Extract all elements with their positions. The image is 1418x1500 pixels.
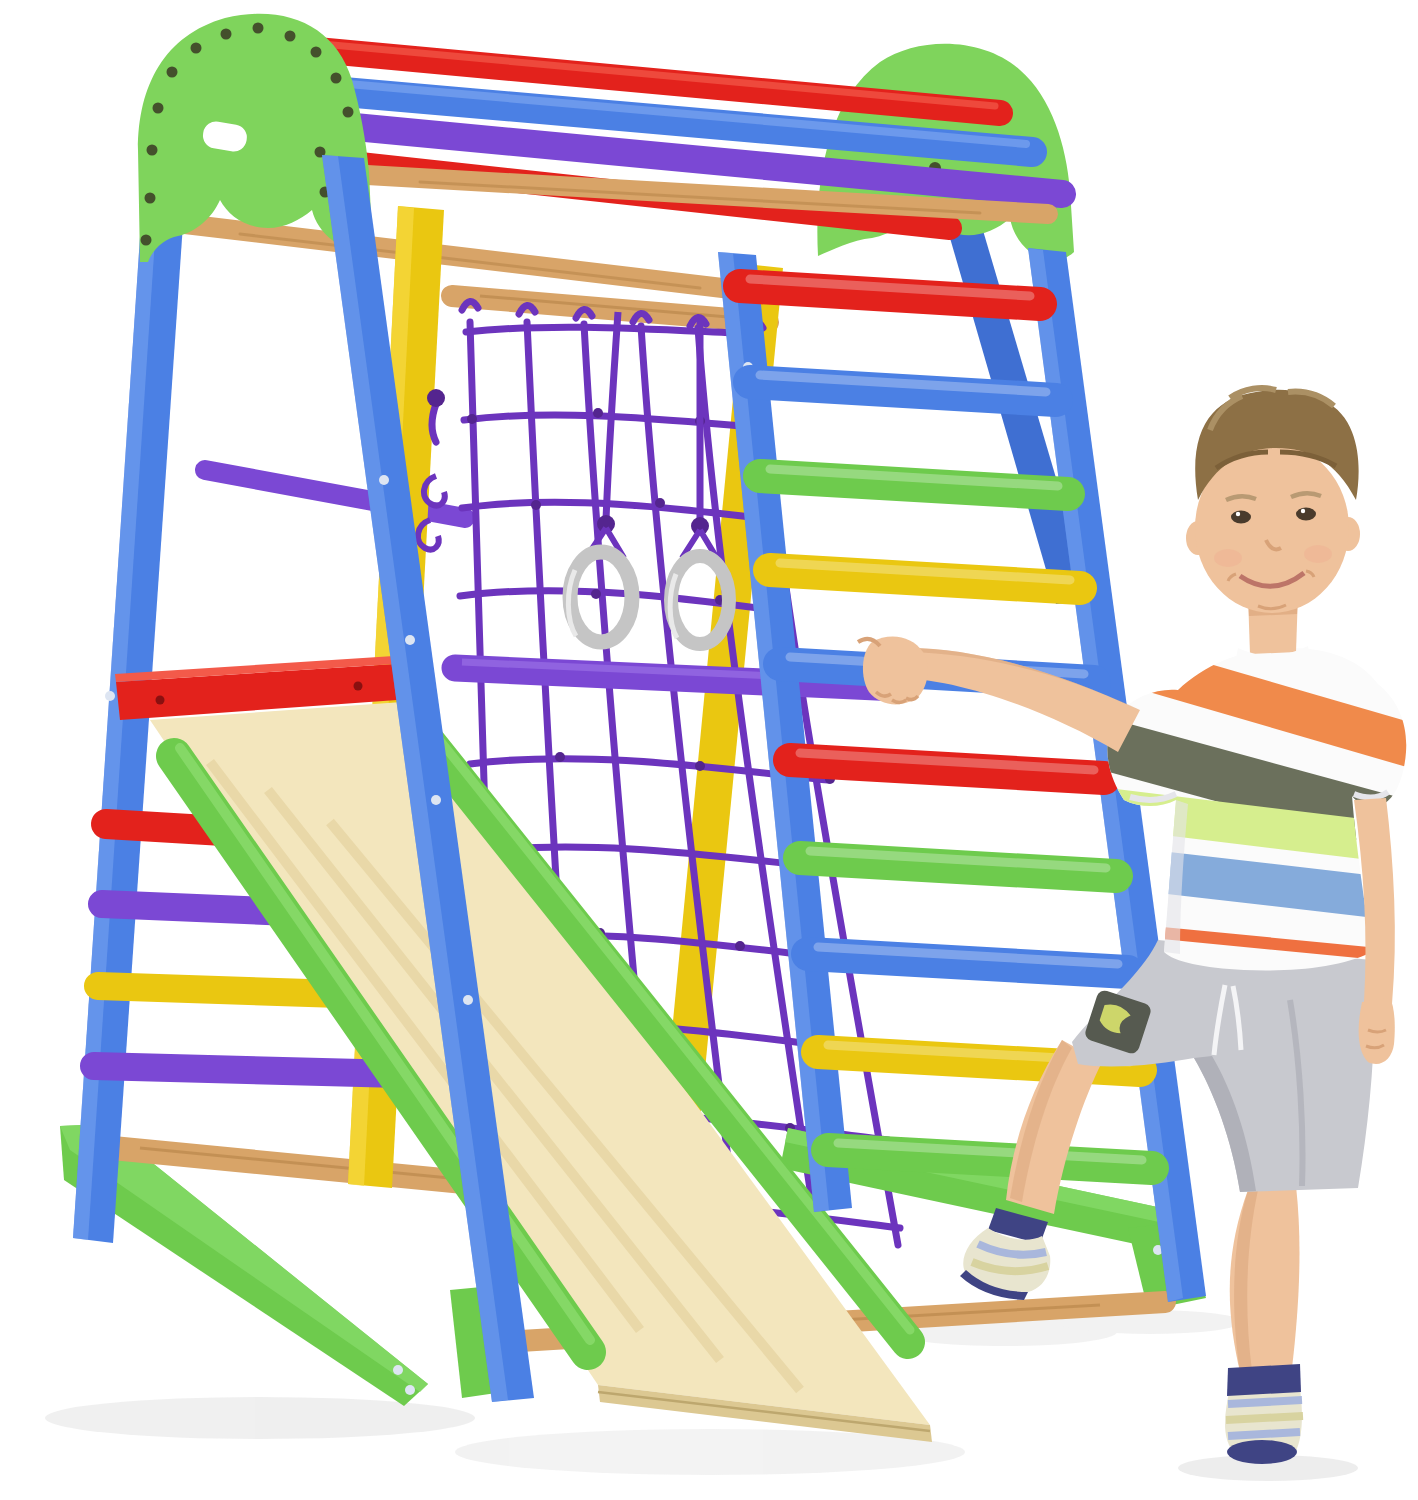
boy-eye-right bbox=[1296, 508, 1316, 521]
left-rung-yellow bbox=[98, 986, 340, 994]
jungle-gym-illustration bbox=[0, 0, 1418, 1500]
boy-head bbox=[1186, 388, 1360, 613]
boy-left-hand bbox=[863, 637, 928, 705]
boy-sock-left bbox=[960, 1208, 1050, 1300]
product-photo-stage bbox=[0, 0, 1418, 1500]
boy-sock-right bbox=[1225, 1364, 1303, 1464]
side-bars bbox=[168, 222, 756, 518]
left-rung-purple-2 bbox=[94, 1066, 400, 1074]
side-bar-wood bbox=[168, 222, 756, 292]
boy-eye-left bbox=[1231, 511, 1251, 524]
net-wood-bar bbox=[452, 296, 768, 322]
